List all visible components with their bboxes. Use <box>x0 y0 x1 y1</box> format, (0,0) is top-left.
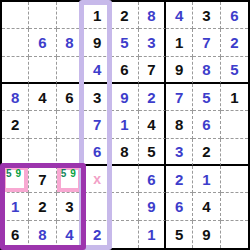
cell-r5c5[interactable]: 1 <box>111 111 138 138</box>
cell-r4c7[interactable]: 7 <box>166 84 193 111</box>
cell-r8c7[interactable]: 6 <box>166 193 193 220</box>
cell-r9c5[interactable] <box>111 221 138 248</box>
cell-r2c6[interactable]: 3 <box>139 29 166 56</box>
cell-r1c5[interactable]: 2 <box>111 2 138 29</box>
cell-r4c8[interactable]: 5 <box>193 84 220 111</box>
cell-r4c9[interactable]: 1 <box>221 84 248 111</box>
cell-r9c3[interactable]: 4 <box>57 221 84 248</box>
pencil-digit: 9 <box>70 169 76 179</box>
cell-r9c7[interactable]: 5 <box>166 221 193 248</box>
cell-r7c5[interactable] <box>111 166 138 193</box>
cell-r2c5[interactable]: 5 <box>111 29 138 56</box>
cell-r8c9[interactable] <box>221 193 248 220</box>
cell-r8c1[interactable]: 1 <box>2 193 29 220</box>
cell-r7c7[interactable]: 2 <box>166 166 193 193</box>
cell-r7c4[interactable]: x <box>84 166 111 193</box>
cell-r1c2[interactable] <box>29 2 56 29</box>
cell-r1c9[interactable]: 6 <box>221 2 248 29</box>
cell-r7c8[interactable]: 1 <box>193 166 220 193</box>
cell-r3c8[interactable]: 8 <box>193 57 220 84</box>
cell-r9c6[interactable]: 1 <box>139 221 166 248</box>
cell-r6c8[interactable]: 2 <box>193 139 220 166</box>
cell-r3c4[interactable]: 4 <box>84 57 111 84</box>
cell-r9c2[interactable]: 8 <box>29 221 56 248</box>
pencil-digit: 5 <box>6 169 12 179</box>
cell-r1c4[interactable]: 1 <box>84 2 111 29</box>
cell-r6c9[interactable] <box>221 139 248 166</box>
cell-r8c6[interactable]: 9 <box>139 193 166 220</box>
cell-r4c4[interactable]: 3 <box>84 84 111 111</box>
cell-r3c9[interactable]: 5 <box>221 57 248 84</box>
cell-r5c8[interactable]: 6 <box>193 111 220 138</box>
cell-r5c6[interactable]: 4 <box>139 111 166 138</box>
cell-r3c5[interactable]: 6 <box>111 57 138 84</box>
cell-r5c1[interactable]: 2 <box>2 111 29 138</box>
cell-r4c2[interactable]: 4 <box>29 84 56 111</box>
cell-r8c5[interactable] <box>111 193 138 220</box>
cell-r6c6[interactable]: 5 <box>139 139 166 166</box>
cell-r3c3[interactable] <box>57 57 84 84</box>
cell-r8c3[interactable]: 3 <box>57 193 84 220</box>
cell-r4c3[interactable]: 6 <box>57 84 84 111</box>
cell-r8c8[interactable]: 4 <box>193 193 220 220</box>
pencil-marks: 59 <box>6 169 21 179</box>
cell-r1c3[interactable] <box>57 2 84 29</box>
cell-r6c2[interactable] <box>29 139 56 166</box>
cell-r5c3[interactable] <box>57 111 84 138</box>
cell-r8c4[interactable] <box>84 193 111 220</box>
cell-r9c9[interactable] <box>221 221 248 248</box>
cell-r4c1[interactable]: 8 <box>2 84 29 111</box>
cell-r6c5[interactable]: 8 <box>111 139 138 166</box>
cell-r5c4[interactable]: 7 <box>84 111 111 138</box>
cell-r4c6[interactable]: 2 <box>139 84 166 111</box>
cell-r1c6[interactable]: 8 <box>139 2 166 29</box>
cell-r6c4[interactable]: 6 <box>84 139 111 166</box>
cell-r7c1[interactable]: 59 <box>2 166 29 193</box>
cell-r2c1[interactable] <box>2 29 29 56</box>
cell-r2c4[interactable]: 9 <box>84 29 111 56</box>
cell-r5c9[interactable] <box>221 111 248 138</box>
cell-r6c3[interactable] <box>57 139 84 166</box>
cell-r2c9[interactable]: 2 <box>221 29 248 56</box>
cell-r2c3[interactable]: 8 <box>57 29 84 56</box>
cell-r3c6[interactable]: 7 <box>139 57 166 84</box>
cell-r7c6[interactable]: 6 <box>139 166 166 193</box>
cell-r5c2[interactable] <box>29 111 56 138</box>
cell-r4c5[interactable]: 9 <box>111 84 138 111</box>
cell-r2c7[interactable]: 1 <box>166 29 193 56</box>
pencil-marks: 59 <box>61 169 76 179</box>
cell-r2c8[interactable]: 7 <box>193 29 220 56</box>
pencil-digit: 5 <box>61 169 67 179</box>
sudoku-grid: 1284366895317246798584639275127148668532… <box>2 2 248 248</box>
cell-r8c2[interactable]: 2 <box>29 193 56 220</box>
pencil-digit: 9 <box>16 169 22 179</box>
cell-r6c1[interactable] <box>2 139 29 166</box>
cell-r3c2[interactable] <box>29 57 56 84</box>
cell-r1c1[interactable] <box>2 2 29 29</box>
cell-r2c2[interactable]: 6 <box>29 29 56 56</box>
cell-r9c8[interactable]: 9 <box>193 221 220 248</box>
sudoku-board: 1284366895317246798584639275127148668532… <box>0 0 250 250</box>
cell-r1c7[interactable]: 4 <box>166 2 193 29</box>
cell-r6c7[interactable]: 3 <box>166 139 193 166</box>
cell-r1c8[interactable]: 3 <box>193 2 220 29</box>
cell-r5c7[interactable]: 8 <box>166 111 193 138</box>
cell-r9c1[interactable]: 6 <box>2 221 29 248</box>
cell-r7c9[interactable] <box>221 166 248 193</box>
cell-r7c2[interactable]: 7 <box>29 166 56 193</box>
cell-r9c4[interactable]: 2 <box>84 221 111 248</box>
cell-r7c3[interactable]: 59 <box>57 166 84 193</box>
cell-r3c1[interactable] <box>2 57 29 84</box>
cell-r3c7[interactable]: 9 <box>166 57 193 84</box>
